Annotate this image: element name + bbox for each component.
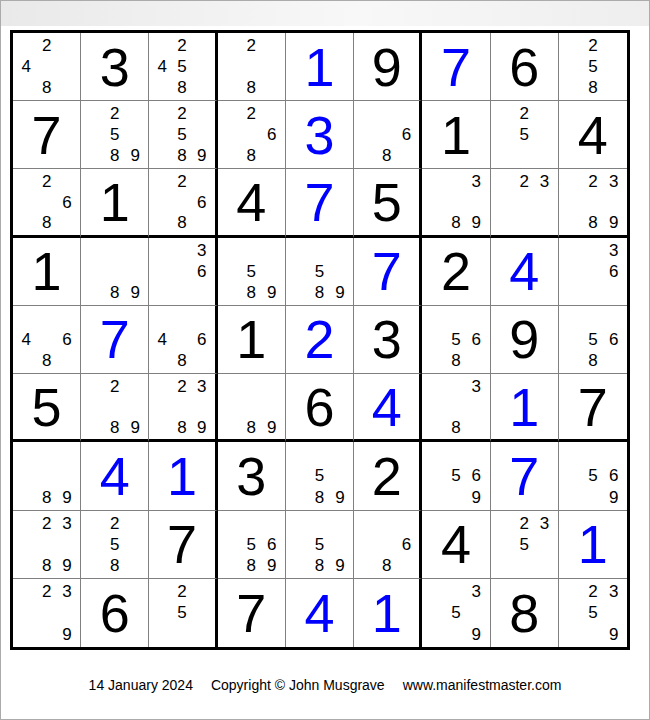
- solved-digit: 1: [372, 586, 402, 640]
- cell-r3c2[interactable]: 1: [81, 169, 149, 237]
- empty-mark-slot: [241, 240, 261, 261]
- cell-r4c6[interactable]: 7: [354, 238, 422, 306]
- empty-mark-slot: [562, 261, 583, 282]
- empty-mark-slot: [466, 308, 486, 329]
- cell-r9c2[interactable]: 6: [81, 579, 149, 647]
- cell-r5c7[interactable]: 568: [422, 306, 490, 374]
- empty-mark-slot: [446, 624, 466, 645]
- empty-mark-slot: [603, 77, 624, 98]
- empty-mark-slot: [425, 329, 445, 350]
- pencil-mark: 5: [514, 534, 534, 555]
- pencil-mark: 2: [172, 103, 192, 124]
- empty-mark-slot: [221, 534, 241, 555]
- empty-mark-slot: [16, 465, 36, 486]
- cell-r6c2[interactable]: 289: [81, 374, 149, 442]
- empty-mark-slot: [357, 513, 377, 534]
- pencil-marks: 23: [494, 171, 555, 232]
- cell-r5c6[interactable]: 3: [354, 306, 422, 374]
- pencil-mark: 6: [57, 329, 77, 350]
- empty-mark-slot: [152, 212, 172, 232]
- pencil-mark: 9: [57, 624, 77, 645]
- empty-mark-slot: [289, 555, 309, 576]
- empty-mark-slot: [36, 444, 56, 465]
- cell-r9c7[interactable]: 359: [422, 579, 490, 647]
- pencil-mark: 9: [125, 417, 145, 437]
- pencil-mark: 5: [309, 465, 329, 486]
- empty-mark-slot: [466, 602, 486, 623]
- pencil-marks: 2589: [152, 103, 211, 166]
- empty-mark-slot: [377, 124, 397, 145]
- cell-r9c5[interactable]: 4: [286, 579, 354, 647]
- empty-mark-slot: [57, 171, 77, 191]
- cell-r5c1[interactable]: 468: [13, 306, 81, 374]
- pencil-mark: 3: [603, 581, 624, 602]
- empty-mark-slot: [125, 534, 145, 555]
- cell-r2c9[interactable]: 4: [559, 101, 627, 169]
- solved-digit: 7: [372, 244, 402, 298]
- empty-mark-slot: [425, 397, 445, 417]
- given-digit: 3: [236, 449, 266, 503]
- given-digit: 9: [509, 312, 539, 366]
- pencil-mark: 2: [241, 103, 261, 124]
- cell-r5c3[interactable]: 468: [149, 306, 217, 374]
- cell-r8c8[interactable]: 235: [491, 511, 559, 579]
- pencil-mark: 5: [583, 602, 604, 623]
- cell-r5c2[interactable]: 7: [81, 306, 149, 374]
- pencil-marks: 589: [289, 513, 350, 576]
- empty-mark-slot: [192, 124, 212, 145]
- empty-mark-slot: [36, 465, 56, 486]
- pencil-marks: 89: [16, 444, 77, 507]
- cell-r3c9[interactable]: 2389: [559, 169, 627, 237]
- cell-r6c6[interactable]: 4: [354, 374, 422, 442]
- pencil-marks: 289: [84, 376, 145, 437]
- empty-mark-slot: [172, 192, 192, 212]
- empty-mark-slot: [446, 397, 466, 417]
- cell-r1c4[interactable]: 28: [218, 33, 286, 101]
- cell-r9c9[interactable]: 2359: [559, 579, 627, 647]
- given-digit: 7: [167, 517, 197, 571]
- empty-mark-slot: [357, 103, 377, 124]
- pencil-mark: 2: [172, 581, 192, 602]
- empty-mark-slot: [152, 103, 172, 124]
- empty-mark-slot: [221, 56, 241, 77]
- cell-r7c4[interactable]: 3: [218, 442, 286, 510]
- pencil-marks: 568: [425, 308, 486, 371]
- cell-r6c4[interactable]: 89: [218, 374, 286, 442]
- empty-mark-slot: [261, 103, 281, 124]
- cell-r4c1[interactable]: 1: [13, 238, 81, 306]
- empty-mark-slot: [152, 261, 172, 282]
- cell-r9c6[interactable]: 1: [354, 579, 422, 647]
- empty-mark-slot: [57, 212, 77, 232]
- empty-mark-slot: [289, 261, 309, 282]
- empty-mark-slot: [466, 350, 486, 371]
- pencil-mark: 2: [172, 376, 192, 396]
- empty-mark-slot: [241, 376, 261, 396]
- cell-r6c8[interactable]: 1: [491, 374, 559, 442]
- cell-r4c7[interactable]: 2: [422, 238, 490, 306]
- cell-r1c6[interactable]: 9: [354, 33, 422, 101]
- empty-mark-slot: [84, 376, 104, 396]
- pencil-mark: 8: [241, 417, 261, 437]
- cell-r1c9[interactable]: 258: [559, 33, 627, 101]
- empty-mark-slot: [36, 192, 56, 212]
- pencil-marks: 589: [221, 240, 282, 303]
- pencil-mark: 6: [397, 124, 417, 145]
- cell-r7c9[interactable]: 569: [559, 442, 627, 510]
- cell-r4c3[interactable]: 36: [149, 238, 217, 306]
- pencil-mark: 6: [57, 192, 77, 212]
- empty-mark-slot: [192, 350, 212, 371]
- empty-mark-slot: [16, 486, 36, 507]
- empty-mark-slot: [84, 145, 104, 166]
- cell-r9c4[interactable]: 7: [218, 579, 286, 647]
- pencil-mark: 2: [105, 513, 125, 534]
- empty-mark-slot: [562, 56, 583, 77]
- empty-mark-slot: [57, 444, 77, 465]
- cell-r2c4[interactable]: 268: [218, 101, 286, 169]
- empty-mark-slot: [514, 212, 534, 232]
- empty-mark-slot: [125, 240, 145, 261]
- empty-mark-slot: [446, 444, 466, 465]
- pencil-marks: 2359: [562, 581, 624, 645]
- empty-mark-slot: [105, 397, 125, 417]
- cell-r7c8[interactable]: 7: [491, 442, 559, 510]
- empty-mark-slot: [172, 397, 192, 417]
- cell-r2c3[interactable]: 2589: [149, 101, 217, 169]
- cell-r7c5[interactable]: 589: [286, 442, 354, 510]
- empty-mark-slot: [152, 376, 172, 396]
- empty-mark-slot: [425, 171, 445, 191]
- empty-mark-slot: [57, 56, 77, 77]
- empty-mark-slot: [16, 350, 36, 371]
- empty-mark-slot: [125, 103, 145, 124]
- empty-mark-slot: [446, 376, 466, 396]
- pencil-mark: 5: [172, 124, 192, 145]
- pencil-mark: 3: [466, 376, 486, 396]
- empty-mark-slot: [603, 282, 624, 303]
- cell-r5c4[interactable]: 1: [218, 306, 286, 374]
- empty-mark-slot: [534, 145, 554, 166]
- cell-r3c3[interactable]: 268: [149, 169, 217, 237]
- empty-mark-slot: [494, 192, 514, 212]
- pencil-mark: 6: [603, 261, 624, 282]
- pencil-marks: 468: [16, 308, 77, 371]
- cell-r2c2[interactable]: 2589: [81, 101, 149, 169]
- empty-mark-slot: [84, 282, 104, 303]
- empty-mark-slot: [152, 624, 172, 645]
- empty-mark-slot: [425, 376, 445, 396]
- empty-mark-slot: [192, 77, 212, 98]
- cell-r9c3[interactable]: 25: [149, 579, 217, 647]
- cell-r3c5[interactable]: 7: [286, 169, 354, 237]
- cell-r2c8[interactable]: 25: [491, 101, 559, 169]
- empty-mark-slot: [152, 240, 172, 261]
- empty-mark-slot: [397, 103, 417, 124]
- empty-mark-slot: [534, 124, 554, 145]
- cell-r6c1[interactable]: 5: [13, 374, 81, 442]
- pencil-mark: 3: [192, 376, 212, 396]
- empty-mark-slot: [466, 192, 486, 212]
- cell-r2c5[interactable]: 3: [286, 101, 354, 169]
- empty-mark-slot: [514, 192, 534, 212]
- cell-r2c1[interactable]: 7: [13, 101, 81, 169]
- cell-r8c9[interactable]: 1: [559, 511, 627, 579]
- empty-mark-slot: [16, 534, 36, 555]
- empty-mark-slot: [330, 261, 350, 282]
- solved-digit: 7: [509, 449, 539, 503]
- empty-mark-slot: [36, 624, 56, 645]
- cell-r9c1[interactable]: 239: [13, 579, 81, 647]
- empty-mark-slot: [357, 555, 377, 576]
- empty-mark-slot: [192, 103, 212, 124]
- pencil-marks: 36: [152, 240, 211, 303]
- empty-mark-slot: [36, 602, 56, 623]
- empty-mark-slot: [425, 350, 445, 371]
- empty-mark-slot: [84, 417, 104, 437]
- given-digit: 9: [372, 40, 402, 94]
- empty-mark-slot: [583, 192, 604, 212]
- solved-digit: 7: [100, 312, 130, 366]
- pencil-mark: 5: [446, 602, 466, 623]
- empty-mark-slot: [562, 282, 583, 303]
- given-digit: 6: [304, 380, 334, 434]
- empty-mark-slot: [16, 192, 36, 212]
- pencil-mark: 3: [192, 240, 212, 261]
- empty-mark-slot: [192, 397, 212, 417]
- empty-mark-slot: [289, 513, 309, 534]
- cell-r6c7[interactable]: 38: [422, 374, 490, 442]
- pencil-mark: 5: [172, 602, 192, 623]
- empty-mark-slot: [562, 465, 583, 486]
- cell-r4c9[interactable]: 36: [559, 238, 627, 306]
- pencil-marks: 38: [425, 376, 486, 437]
- empty-mark-slot: [192, 35, 212, 56]
- pencil-mark: 3: [603, 240, 624, 261]
- pencil-mark: 5: [583, 56, 604, 77]
- empty-mark-slot: [583, 261, 604, 282]
- pencil-mark: 5: [172, 56, 192, 77]
- cell-r3c8[interactable]: 23: [491, 169, 559, 237]
- empty-mark-slot: [425, 581, 445, 602]
- cell-r5c8[interactable]: 9: [491, 306, 559, 374]
- pencil-marks: 2458: [152, 35, 211, 98]
- cell-r2c7[interactable]: 1: [422, 101, 490, 169]
- empty-mark-slot: [36, 56, 56, 77]
- pencil-mark: 3: [534, 513, 554, 534]
- pencil-marks: 248: [16, 35, 77, 98]
- empty-mark-slot: [221, 513, 241, 534]
- empty-mark-slot: [562, 77, 583, 98]
- cell-r7c7[interactable]: 569: [422, 442, 490, 510]
- pencil-mark: 5: [309, 534, 329, 555]
- empty-mark-slot: [494, 145, 514, 166]
- footer-copyright: Copyright © John Musgrave: [211, 677, 385, 693]
- empty-mark-slot: [603, 192, 624, 212]
- pencil-mark: 8: [105, 555, 125, 576]
- cell-r8c3[interactable]: 7: [149, 511, 217, 579]
- cell-r3c1[interactable]: 268: [13, 169, 81, 237]
- cell-r3c6[interactable]: 5: [354, 169, 422, 237]
- cell-r1c7[interactable]: 7: [422, 33, 490, 101]
- empty-mark-slot: [466, 417, 486, 437]
- pencil-mark: 5: [446, 329, 466, 350]
- pencil-mark: 2: [514, 103, 534, 124]
- empty-mark-slot: [152, 124, 172, 145]
- empty-mark-slot: [494, 534, 514, 555]
- cell-r7c3[interactable]: 1: [149, 442, 217, 510]
- empty-mark-slot: [562, 444, 583, 465]
- pencil-marks: 89: [84, 240, 145, 303]
- empty-mark-slot: [105, 261, 125, 282]
- empty-mark-slot: [603, 602, 624, 623]
- pencil-mark: 3: [534, 171, 554, 191]
- empty-mark-slot: [425, 465, 445, 486]
- cell-r1c3[interactable]: 2458: [149, 33, 217, 101]
- empty-mark-slot: [16, 77, 36, 98]
- cell-r8c4[interactable]: 5689: [218, 511, 286, 579]
- empty-mark-slot: [16, 308, 36, 329]
- given-digit: 5: [32, 380, 62, 434]
- empty-mark-slot: [562, 350, 583, 371]
- empty-mark-slot: [289, 486, 309, 507]
- empty-mark-slot: [57, 35, 77, 56]
- cell-r6c5[interactable]: 6: [286, 374, 354, 442]
- empty-mark-slot: [534, 103, 554, 124]
- cell-r7c1[interactable]: 89: [13, 442, 81, 510]
- cell-r5c5[interactable]: 2: [286, 306, 354, 374]
- empty-mark-slot: [377, 103, 397, 124]
- empty-mark-slot: [192, 602, 212, 623]
- empty-mark-slot: [261, 145, 281, 166]
- cell-r4c8[interactable]: 4: [491, 238, 559, 306]
- empty-mark-slot: [221, 376, 241, 396]
- empty-mark-slot: [16, 35, 36, 56]
- given-digit: 3: [372, 312, 402, 366]
- cell-r8c7[interactable]: 4: [422, 511, 490, 579]
- cell-r9c8[interactable]: 8: [491, 579, 559, 647]
- empty-mark-slot: [466, 397, 486, 417]
- empty-mark-slot: [84, 124, 104, 145]
- cell-r1c5[interactable]: 1: [286, 33, 354, 101]
- pencil-mark: 6: [192, 192, 212, 212]
- empty-mark-slot: [84, 555, 104, 576]
- pencil-marks: 268: [16, 171, 77, 232]
- cell-r2c6[interactable]: 68: [354, 101, 422, 169]
- pencil-mark: 8: [172, 77, 192, 98]
- pencil-mark: 2: [105, 376, 125, 396]
- cell-r4c5[interactable]: 589: [286, 238, 354, 306]
- pencil-marks: 239: [16, 581, 77, 645]
- cell-r8c5[interactable]: 589: [286, 511, 354, 579]
- pencil-marks: 25: [494, 103, 555, 166]
- pencil-mark: 8: [36, 77, 56, 98]
- empty-mark-slot: [36, 534, 56, 555]
- empty-mark-slot: [562, 308, 583, 329]
- given-digit: 1: [100, 175, 130, 229]
- empty-mark-slot: [261, 513, 281, 534]
- empty-mark-slot: [241, 513, 261, 534]
- solved-digit: 4: [304, 586, 334, 640]
- empty-mark-slot: [425, 192, 445, 212]
- empty-mark-slot: [172, 329, 192, 350]
- pencil-marks: 68: [357, 103, 416, 166]
- given-digit: 6: [100, 586, 130, 640]
- empty-mark-slot: [425, 444, 445, 465]
- pencil-mark: 3: [57, 581, 77, 602]
- pencil-mark: 5: [309, 261, 329, 282]
- empty-mark-slot: [152, 602, 172, 623]
- pencil-mark: 2: [36, 513, 56, 534]
- given-digit: 7: [236, 586, 266, 640]
- cell-r8c1[interactable]: 2389: [13, 511, 81, 579]
- pencil-mark: 2: [36, 581, 56, 602]
- pencil-mark: 5: [241, 534, 261, 555]
- empty-mark-slot: [57, 465, 77, 486]
- cell-r1c2[interactable]: 3: [81, 33, 149, 101]
- pencil-marks: 2389: [562, 171, 624, 232]
- empty-mark-slot: [534, 192, 554, 212]
- empty-mark-slot: [125, 513, 145, 534]
- empty-mark-slot: [221, 77, 241, 98]
- pencil-mark: 2: [241, 35, 261, 56]
- empty-mark-slot: [261, 56, 281, 77]
- pencil-mark: 9: [330, 282, 350, 303]
- empty-mark-slot: [125, 555, 145, 576]
- pencil-mark: 4: [16, 56, 36, 77]
- pencil-mark: 6: [466, 329, 486, 350]
- given-digit: 4: [578, 108, 608, 162]
- footer-date: 14 January 2024: [89, 677, 193, 693]
- empty-mark-slot: [330, 444, 350, 465]
- given-digit: 3: [100, 40, 130, 94]
- empty-mark-slot: [397, 513, 417, 534]
- pencil-mark: 8: [241, 555, 261, 576]
- empty-mark-slot: [57, 308, 77, 329]
- empty-mark-slot: [562, 192, 583, 212]
- cell-r3c7[interactable]: 389: [422, 169, 490, 237]
- pencil-marks: 68: [357, 513, 416, 576]
- pencil-mark: 8: [309, 486, 329, 507]
- solved-digit: 1: [578, 517, 608, 571]
- cell-r3c4[interactable]: 4: [218, 169, 286, 237]
- cell-r5c9[interactable]: 568: [559, 306, 627, 374]
- cell-r6c9[interactable]: 7: [559, 374, 627, 442]
- empty-mark-slot: [494, 124, 514, 145]
- empty-mark-slot: [221, 555, 241, 576]
- cell-r8c6[interactable]: 68: [354, 511, 422, 579]
- top-band: [1, 1, 649, 26]
- empty-mark-slot: [261, 261, 281, 282]
- cell-r1c8[interactable]: 6: [491, 33, 559, 101]
- pencil-marks: 258: [562, 35, 624, 98]
- pencil-marks: 589: [289, 240, 350, 303]
- cell-r7c2[interactable]: 4: [81, 442, 149, 510]
- empty-mark-slot: [562, 581, 583, 602]
- cell-r4c4[interactable]: 589: [218, 238, 286, 306]
- pencil-mark: 2: [172, 171, 192, 191]
- cell-r1c1[interactable]: 248: [13, 33, 81, 101]
- empty-mark-slot: [562, 486, 583, 507]
- cell-r8c2[interactable]: 258: [81, 511, 149, 579]
- empty-mark-slot: [583, 240, 604, 261]
- cell-r7c6[interactable]: 2: [354, 442, 422, 510]
- cell-r4c2[interactable]: 89: [81, 238, 149, 306]
- empty-mark-slot: [125, 397, 145, 417]
- cell-r6c3[interactable]: 2389: [149, 374, 217, 442]
- empty-mark-slot: [221, 35, 241, 56]
